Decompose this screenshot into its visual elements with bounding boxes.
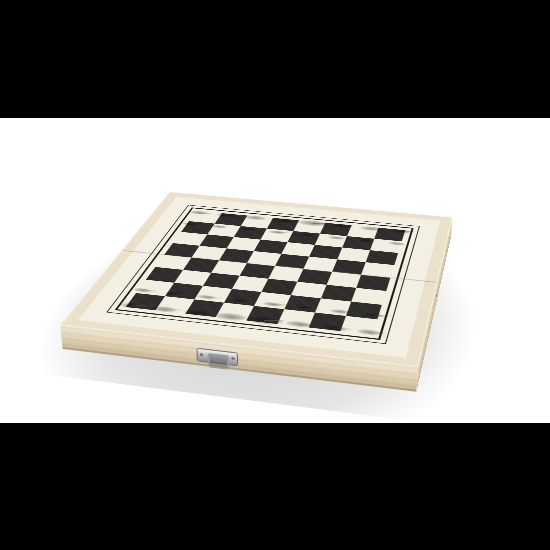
- product-photo: ♜♞♝♛♚♝♞♜♟♟♟♟♟♟♟♟♟♟♟♟♟♟♟♟♜♞♝♛♚♝♞♜: [0, 0, 550, 550]
- white-rook-icon: ♜: [345, 285, 393, 339]
- clasp-screw: [200, 353, 203, 356]
- letterbox-bottom: [0, 423, 550, 550]
- clasp-screw: [231, 357, 234, 360]
- clasp-loop: [207, 353, 229, 370]
- letterbox-top: [0, 0, 550, 118]
- photo-area: ♜♞♝♛♚♝♞♜♟♟♟♟♟♟♟♟♟♟♟♟♟♟♟♟♜♞♝♛♚♝♞♜: [0, 118, 550, 423]
- chess-board: ♜♞♝♛♚♝♞♜♟♟♟♟♟♟♟♟♟♟♟♟♟♟♟♟♜♞♝♛♚♝♞♜: [60, 192, 452, 367]
